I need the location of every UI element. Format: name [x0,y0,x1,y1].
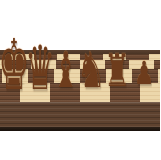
chess-piece-pawn[interactable]: ♟ [134,57,155,89]
chess-piece-queen[interactable]: ♛ [25,37,55,98]
board-side-edge [0,127,160,132]
chess-product-photo: ♚♛♝♞♜♟ [0,0,160,160]
chess-piece-rook[interactable]: ♜ [104,48,131,93]
chess-piece-bishop[interactable]: ♝ [53,46,79,95]
chess-piece-knight[interactable]: ♞ [77,46,106,95]
square-edge-right[interactable] [154,60,161,70]
square-edge-right[interactable] [158,69,160,83]
